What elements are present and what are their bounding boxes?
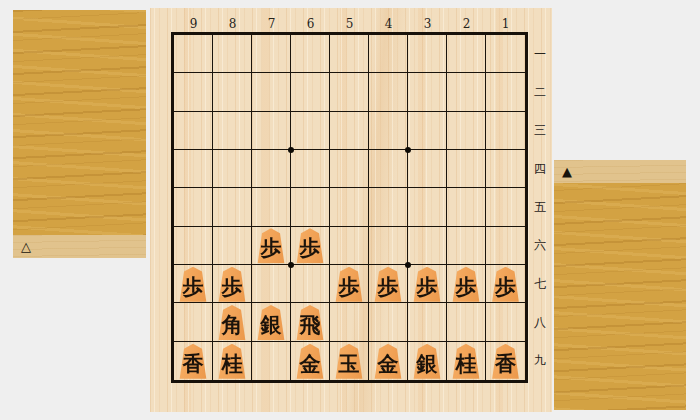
shogi-piece-金[interactable]: 金: [295, 344, 326, 379]
file-label-6: 6: [291, 17, 330, 32]
board-cell-18[interactable]: [486, 303, 525, 341]
shogi-piece-歩[interactable]: 歩: [451, 267, 482, 302]
board-cell-58[interactable]: [330, 303, 369, 341]
board-cell-42[interactable]: [369, 73, 408, 111]
file-label-3: 3: [408, 17, 447, 32]
board-cell-86[interactable]: [213, 227, 252, 265]
board-cell-75[interactable]: [252, 188, 291, 226]
board-cell-83[interactable]: [213, 112, 252, 150]
board-cell-98[interactable]: [174, 303, 213, 341]
file-label-1: 1: [486, 17, 525, 32]
shogi-piece-銀[interactable]: 銀: [412, 344, 443, 379]
board-cell-37[interactable]: 歩: [408, 265, 447, 303]
board-cell-48[interactable]: [369, 303, 408, 341]
board-cell-71[interactable]: [252, 35, 291, 73]
board-cell-52[interactable]: [330, 73, 369, 111]
board-cell-54[interactable]: [330, 150, 369, 188]
board-cell-72[interactable]: [252, 73, 291, 111]
file-label-9: 9: [174, 17, 213, 32]
piece-kanji: 銀: [261, 314, 282, 335]
board-cell-85[interactable]: [213, 188, 252, 226]
rank-label-8: 八: [528, 303, 552, 341]
board-cell-66[interactable]: 歩: [291, 227, 330, 265]
piece-kanji: 金: [300, 353, 321, 374]
board-cell-39[interactable]: 銀: [408, 342, 447, 380]
board-cell-97[interactable]: 歩: [174, 265, 213, 303]
piece-kanji: 歩: [417, 276, 438, 297]
shogi-piece-歩[interactable]: 歩: [412, 267, 443, 302]
board-cell-57[interactable]: 歩: [330, 265, 369, 303]
board-cell-78[interactable]: 銀: [252, 303, 291, 341]
shogi-piece-歩[interactable]: 歩: [256, 228, 287, 263]
board-cell-46[interactable]: [369, 227, 408, 265]
board-grid: 歩歩歩歩歩歩歩歩歩角銀飛香桂金玉金銀桂香: [171, 32, 528, 383]
board-cell-16[interactable]: [486, 227, 525, 265]
column-labels: 987654321: [174, 17, 525, 32]
piece-kanji: 歩: [300, 237, 321, 258]
board-cell-24[interactable]: [447, 150, 486, 188]
piece-kanji: 金: [378, 353, 399, 374]
board-cell-14[interactable]: [486, 150, 525, 188]
piece-kanji: 歩: [222, 276, 243, 297]
board-cell-41[interactable]: [369, 35, 408, 73]
sente-marker-icon: ▲: [562, 165, 572, 178]
board-cell-36[interactable]: [408, 227, 447, 265]
file-label-7: 7: [252, 17, 291, 32]
board-cell-26[interactable]: [447, 227, 486, 265]
shogi-piece-歩[interactable]: 歩: [490, 267, 521, 302]
board-cell-19[interactable]: 香: [486, 342, 525, 380]
board-cell-74[interactable]: [252, 150, 291, 188]
sente-komadai[interactable]: ▲: [554, 160, 686, 410]
piece-kanji: 飛: [300, 314, 321, 335]
board-cell-29[interactable]: 桂: [447, 342, 486, 380]
shogi-piece-銀[interactable]: 銀: [256, 305, 287, 340]
board-cell-27[interactable]: 歩: [447, 265, 486, 303]
board-cell-55[interactable]: [330, 188, 369, 226]
board-cell-28[interactable]: [447, 303, 486, 341]
shogi-piece-飛[interactable]: 飛: [295, 305, 326, 340]
gote-komadai[interactable]: △: [13, 10, 146, 258]
piece-kanji: 香: [495, 353, 516, 374]
board-cell-43[interactable]: [369, 112, 408, 150]
board-cell-91[interactable]: [174, 35, 213, 73]
piece-kanji: 歩: [183, 276, 204, 297]
board-cell-84[interactable]: [213, 150, 252, 188]
board-cell-96[interactable]: [174, 227, 213, 265]
board-cell-11[interactable]: [486, 35, 525, 73]
piece-kanji: 歩: [339, 276, 360, 297]
shogi-piece-歩[interactable]: 歩: [295, 228, 326, 263]
rank-label-1: 一: [528, 35, 552, 73]
board-cell-38[interactable]: [408, 303, 447, 341]
shogi-piece-歩[interactable]: 歩: [217, 267, 248, 302]
piece-kanji: 香: [183, 353, 204, 374]
board-cell-65[interactable]: [291, 188, 330, 226]
shogi-piece-桂[interactable]: 桂: [451, 344, 482, 379]
board-cell-23[interactable]: [447, 112, 486, 150]
rank-label-5: 五: [528, 188, 552, 226]
shogi-piece-香[interactable]: 香: [490, 344, 521, 379]
board-cell-22[interactable]: [447, 73, 486, 111]
shogi-piece-香[interactable]: 香: [178, 344, 209, 379]
piece-kanji: 桂: [456, 353, 477, 374]
board-cell-89[interactable]: 桂: [213, 342, 252, 380]
board-cell-15[interactable]: [486, 188, 525, 226]
board-cell-44[interactable]: [369, 150, 408, 188]
board-cell-99[interactable]: 香: [174, 342, 213, 380]
piece-kanji: 銀: [417, 353, 438, 374]
row-labels: 一二三四五六七八九: [528, 35, 552, 380]
rank-label-4: 四: [528, 150, 552, 188]
board-cell-47[interactable]: 歩: [369, 265, 408, 303]
board-cell-92[interactable]: [174, 73, 213, 111]
piece-kanji: 歩: [378, 276, 399, 297]
board-cell-56[interactable]: [330, 227, 369, 265]
shogi-piece-金[interactable]: 金: [373, 344, 404, 379]
rank-label-3: 三: [528, 112, 552, 150]
board-cell-81[interactable]: [213, 35, 252, 73]
star-point-icon: [405, 147, 411, 153]
shogi-piece-歩[interactable]: 歩: [334, 267, 365, 302]
file-label-5: 5: [330, 17, 369, 32]
board-cell-93[interactable]: [174, 112, 213, 150]
board-cell-32[interactable]: [408, 73, 447, 111]
rank-label-7: 七: [528, 265, 552, 303]
board-cell-12[interactable]: [486, 73, 525, 111]
board-cell-21[interactable]: [447, 35, 486, 73]
shogi-piece-桂[interactable]: 桂: [217, 344, 248, 379]
board-cell-17[interactable]: 歩: [486, 265, 525, 303]
piece-kanji: 歩: [261, 237, 282, 258]
star-point-icon: [405, 262, 411, 268]
board-cell-94[interactable]: [174, 150, 213, 188]
board-cell-82[interactable]: [213, 73, 252, 111]
board-cell-49[interactable]: 金: [369, 342, 408, 380]
board-cell-87[interactable]: 歩: [213, 265, 252, 303]
board-cell-73[interactable]: [252, 112, 291, 150]
board-cell-61[interactable]: [291, 35, 330, 73]
rank-label-6: 六: [528, 227, 552, 265]
board-cell-67[interactable]: [291, 265, 330, 303]
gote-marker-icon: △: [21, 240, 31, 253]
board-cell-64[interactable]: [291, 150, 330, 188]
board-cell-25[interactable]: [447, 188, 486, 226]
shogi-piece-角[interactable]: 角: [217, 305, 248, 340]
piece-kanji: 歩: [456, 276, 477, 297]
board-cell-34[interactable]: [408, 150, 447, 188]
shogi-board: 987654321 一二三四五六七八九 歩歩歩歩歩歩歩歩歩角銀飛香桂金玉金銀桂香: [150, 8, 552, 412]
board-cell-62[interactable]: [291, 73, 330, 111]
sente-komadai-strip: ▲: [554, 160, 686, 183]
board-cell-63[interactable]: [291, 112, 330, 150]
file-label-4: 4: [369, 17, 408, 32]
piece-kanji: 桂: [222, 353, 243, 374]
board-cell-33[interactable]: [408, 112, 447, 150]
piece-kanji: 玉: [339, 353, 360, 374]
board-cell-13[interactable]: [486, 112, 525, 150]
file-label-8: 8: [213, 17, 252, 32]
rank-label-2: 二: [528, 73, 552, 111]
board-cell-31[interactable]: [408, 35, 447, 73]
star-point-icon: [288, 262, 294, 268]
shogi-piece-歩[interactable]: 歩: [373, 267, 404, 302]
board-cell-51[interactable]: [330, 35, 369, 73]
gote-komadai-strip: △: [13, 235, 146, 258]
shogi-piece-玉[interactable]: 玉: [334, 344, 365, 379]
board-cell-79[interactable]: [252, 342, 291, 380]
board-cell-53[interactable]: [330, 112, 369, 150]
board-cell-45[interactable]: [369, 188, 408, 226]
star-point-icon: [288, 147, 294, 153]
board-cell-76[interactable]: 歩: [252, 227, 291, 265]
board-cell-69[interactable]: 金: [291, 342, 330, 380]
board-cell-68[interactable]: 飛: [291, 303, 330, 341]
file-label-2: 2: [447, 17, 486, 32]
board-cell-77[interactable]: [252, 265, 291, 303]
board-cell-95[interactable]: [174, 188, 213, 226]
rank-label-9: 九: [528, 342, 552, 380]
shogi-piece-歩[interactable]: 歩: [178, 267, 209, 302]
piece-kanji: 歩: [495, 276, 516, 297]
board-cell-35[interactable]: [408, 188, 447, 226]
board-cell-88[interactable]: 角: [213, 303, 252, 341]
board-cell-59[interactable]: 玉: [330, 342, 369, 380]
piece-kanji: 角: [222, 314, 243, 335]
